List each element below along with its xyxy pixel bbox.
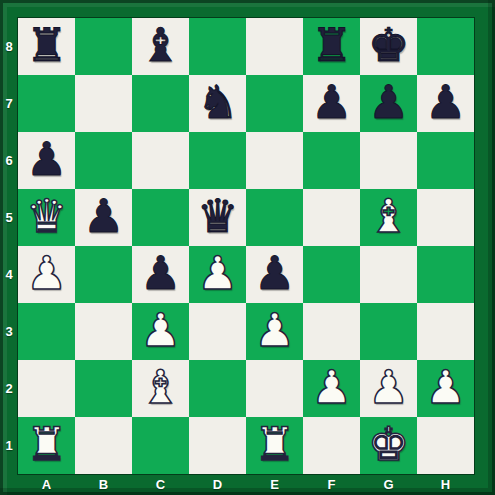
rank-label-6: 6 — [0, 132, 18, 189]
square-a4[interactable]: ♟ — [18, 246, 75, 303]
square-f7[interactable]: ♟ — [303, 75, 360, 132]
square-c1[interactable] — [132, 417, 189, 474]
piece-white-pawn[interactable]: ♟ — [311, 364, 352, 410]
piece-white-bishop[interactable]: ♝ — [368, 193, 409, 239]
rank-label-8: 8 — [0, 18, 18, 75]
piece-white-bishop[interactable]: ♝ — [140, 364, 181, 410]
square-b3[interactable] — [75, 303, 132, 360]
square-e6[interactable] — [246, 132, 303, 189]
square-d1[interactable] — [189, 417, 246, 474]
square-a5[interactable]: ♛ — [18, 189, 75, 246]
file-label-f: F — [303, 474, 360, 495]
piece-black-knight[interactable]: ♞ — [197, 79, 238, 125]
square-c2[interactable]: ♝ — [132, 360, 189, 417]
square-a7[interactable] — [18, 75, 75, 132]
rank-label-7: 7 — [0, 75, 18, 132]
square-c8[interactable]: ♝ — [132, 18, 189, 75]
square-e8[interactable] — [246, 18, 303, 75]
square-b4[interactable] — [75, 246, 132, 303]
rank-label-1: 1 — [0, 417, 18, 474]
file-label-h: H — [417, 474, 474, 495]
square-g4[interactable] — [360, 246, 417, 303]
square-e5[interactable] — [246, 189, 303, 246]
square-g7[interactable]: ♟ — [360, 75, 417, 132]
piece-black-pawn[interactable]: ♟ — [140, 250, 181, 296]
file-label-d: D — [189, 474, 246, 495]
piece-white-queen[interactable]: ♛ — [26, 193, 67, 239]
piece-black-rook[interactable]: ♜ — [311, 22, 352, 68]
square-d6[interactable] — [189, 132, 246, 189]
square-f2[interactable]: ♟ — [303, 360, 360, 417]
square-d2[interactable] — [189, 360, 246, 417]
piece-black-king[interactable]: ♚ — [368, 22, 409, 68]
square-c5[interactable] — [132, 189, 189, 246]
piece-white-pawn[interactable]: ♟ — [254, 307, 295, 353]
square-d5[interactable]: ♛ — [189, 189, 246, 246]
square-f8[interactable]: ♜ — [303, 18, 360, 75]
square-f6[interactable] — [303, 132, 360, 189]
rank-label-2: 2 — [0, 360, 18, 417]
square-g6[interactable] — [360, 132, 417, 189]
square-h1[interactable] — [417, 417, 474, 474]
rank-label-3: 3 — [0, 303, 18, 360]
rank-label-5: 5 — [0, 189, 18, 246]
piece-white-rook[interactable]: ♜ — [254, 421, 295, 467]
square-a8[interactable]: ♜ — [18, 18, 75, 75]
square-g1[interactable]: ♚ — [360, 417, 417, 474]
square-e2[interactable] — [246, 360, 303, 417]
chess-board: ♜♝♜♚♞♟♟♟♟♛♟♛♝♟♟♟♟♟♟♝♟♟♟♜♜♚ — [18, 18, 474, 474]
square-a6[interactable]: ♟ — [18, 132, 75, 189]
square-c7[interactable] — [132, 75, 189, 132]
square-a2[interactable] — [18, 360, 75, 417]
piece-white-pawn[interactable]: ♟ — [197, 250, 238, 296]
square-h5[interactable] — [417, 189, 474, 246]
file-label-b: B — [75, 474, 132, 495]
square-h2[interactable]: ♟ — [417, 360, 474, 417]
square-e3[interactable]: ♟ — [246, 303, 303, 360]
square-b5[interactable]: ♟ — [75, 189, 132, 246]
piece-black-pawn[interactable]: ♟ — [311, 79, 352, 125]
piece-black-pawn[interactable]: ♟ — [425, 79, 466, 125]
square-d7[interactable]: ♞ — [189, 75, 246, 132]
piece-black-bishop[interactable]: ♝ — [140, 22, 181, 68]
file-label-a: A — [18, 474, 75, 495]
square-c4[interactable]: ♟ — [132, 246, 189, 303]
piece-white-king[interactable]: ♚ — [368, 421, 409, 467]
piece-white-pawn[interactable]: ♟ — [26, 250, 67, 296]
piece-black-queen[interactable]: ♛ — [197, 193, 238, 239]
square-h4[interactable] — [417, 246, 474, 303]
square-b6[interactable] — [75, 132, 132, 189]
piece-black-pawn[interactable]: ♟ — [368, 79, 409, 125]
square-d8[interactable] — [189, 18, 246, 75]
square-g5[interactable]: ♝ — [360, 189, 417, 246]
piece-white-pawn[interactable]: ♟ — [425, 364, 466, 410]
piece-black-pawn[interactable]: ♟ — [26, 136, 67, 182]
square-e4[interactable]: ♟ — [246, 246, 303, 303]
square-a1[interactable]: ♜ — [18, 417, 75, 474]
piece-black-rook[interactable]: ♜ — [26, 22, 67, 68]
square-f5[interactable] — [303, 189, 360, 246]
square-g3[interactable] — [360, 303, 417, 360]
square-h3[interactable] — [417, 303, 474, 360]
square-d3[interactable] — [189, 303, 246, 360]
chessboard-app: 8 7 6 5 4 3 2 1 A B C D E F G H ♜♝♜♚♞♟♟♟… — [0, 0, 495, 495]
square-d4[interactable]: ♟ — [189, 246, 246, 303]
square-b2[interactable] — [75, 360, 132, 417]
file-label-g: G — [360, 474, 417, 495]
rank-label-4: 4 — [0, 246, 18, 303]
square-f1[interactable] — [303, 417, 360, 474]
square-f3[interactable] — [303, 303, 360, 360]
square-f4[interactable] — [303, 246, 360, 303]
square-a3[interactable] — [18, 303, 75, 360]
square-b1[interactable] — [75, 417, 132, 474]
piece-white-pawn[interactable]: ♟ — [140, 307, 181, 353]
square-h7[interactable]: ♟ — [417, 75, 474, 132]
square-g8[interactable]: ♚ — [360, 18, 417, 75]
square-c6[interactable] — [132, 132, 189, 189]
piece-black-pawn[interactable]: ♟ — [83, 193, 124, 239]
square-h6[interactable] — [417, 132, 474, 189]
file-label-e: E — [246, 474, 303, 495]
file-label-c: C — [132, 474, 189, 495]
square-c3[interactable]: ♟ — [132, 303, 189, 360]
square-b8[interactable] — [75, 18, 132, 75]
square-h8[interactable] — [417, 18, 474, 75]
square-e1[interactable]: ♜ — [246, 417, 303, 474]
square-b7[interactable] — [75, 75, 132, 132]
square-g2[interactable]: ♟ — [360, 360, 417, 417]
piece-white-rook[interactable]: ♜ — [26, 421, 67, 467]
piece-black-pawn[interactable]: ♟ — [254, 250, 295, 296]
piece-white-pawn[interactable]: ♟ — [368, 364, 409, 410]
square-e7[interactable] — [246, 75, 303, 132]
